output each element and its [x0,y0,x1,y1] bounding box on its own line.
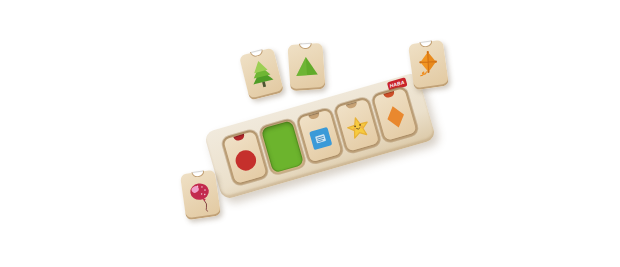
balloon-shape [183,174,219,216]
balloon-tile[interactable] [180,170,221,220]
kite-tile[interactable] [408,40,449,90]
circle-shape [226,139,265,182]
red-circle-tile[interactable] [223,131,266,184]
slot-row [221,86,419,187]
puzzle-scene: HABA [0,0,620,267]
parcel-shape [301,117,340,160]
tree-shape [242,52,281,96]
diamond-shape [376,96,415,139]
kite-shape [411,44,447,86]
triangle-tile[interactable] [287,43,325,91]
puzzle-board: HABA [204,72,437,200]
rectangle-slot-painted-base [261,120,304,173]
star-shape [339,107,378,150]
tree-tile[interactable] [239,47,284,100]
yellow-star-tile[interactable] [336,99,379,152]
finger-notch [233,134,245,142]
finger-notch [308,112,320,120]
finger-notch [346,102,358,110]
blue-parcel-tile[interactable] [298,109,341,162]
finger-notch [383,91,395,99]
orange-diamond-tile[interactable] [373,88,416,141]
triangle-shape [290,47,324,87]
